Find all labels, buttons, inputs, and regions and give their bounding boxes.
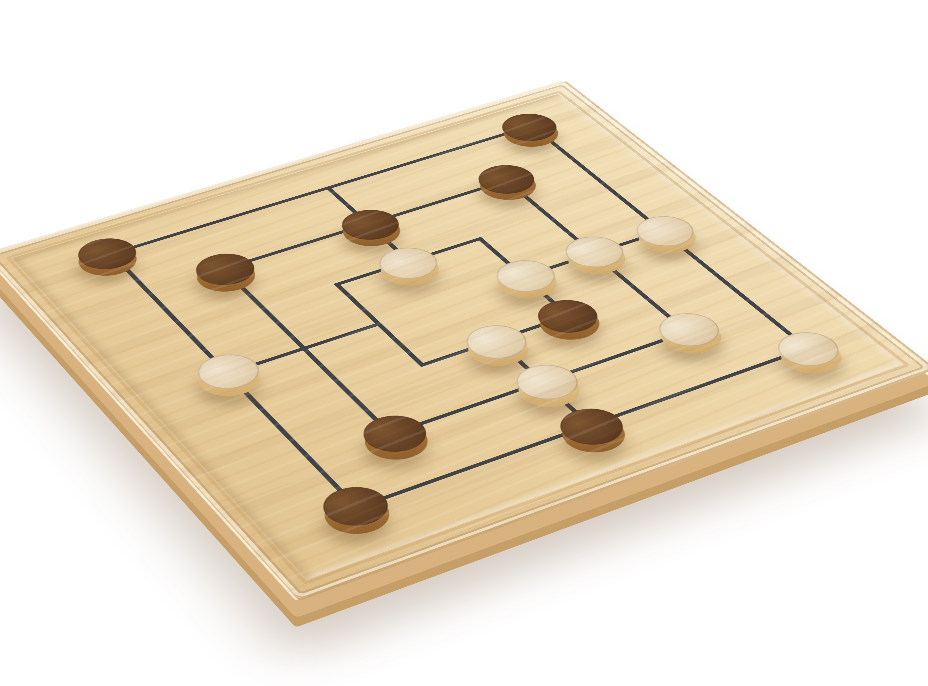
piece-dark-a1[interactable] [312, 480, 400, 533]
points-layer [56, 100, 868, 547]
point-c3[interactable] [395, 350, 449, 380]
piece-light-f2[interactable] [648, 307, 731, 352]
point-b4[interactable] [277, 334, 330, 364]
piece-dark-b2[interactable] [352, 409, 437, 459]
piece-light-g1[interactable] [766, 326, 850, 372]
morris-board [0, 80, 928, 602]
piece-light-d2[interactable] [505, 359, 589, 406]
point-c4[interactable] [352, 309, 405, 338]
point-d7[interactable] [303, 175, 353, 201]
piece-light-d5[interactable] [369, 242, 448, 285]
piece-dark-a7[interactable] [69, 233, 146, 275]
piece-light-d3[interactable] [455, 319, 538, 365]
piece-light-a4[interactable] [187, 348, 269, 395]
piece-dark-b6[interactable] [186, 248, 265, 291]
piece-dark-g7[interactable] [492, 109, 567, 146]
point-c5[interactable] [311, 270, 363, 298]
piece-light-e4[interactable] [486, 255, 566, 298]
piece-dark-d1[interactable] [549, 402, 635, 451]
product-photo-stage [0, 0, 928, 686]
piece-dark-d6[interactable] [332, 204, 410, 245]
piece-light-f4[interactable] [555, 231, 635, 273]
piece-dark-e3[interactable] [527, 294, 609, 339]
point-e5[interactable] [454, 225, 505, 252]
piece-light-g4[interactable] [626, 211, 705, 252]
piece-dark-f6[interactable] [468, 160, 545, 199]
